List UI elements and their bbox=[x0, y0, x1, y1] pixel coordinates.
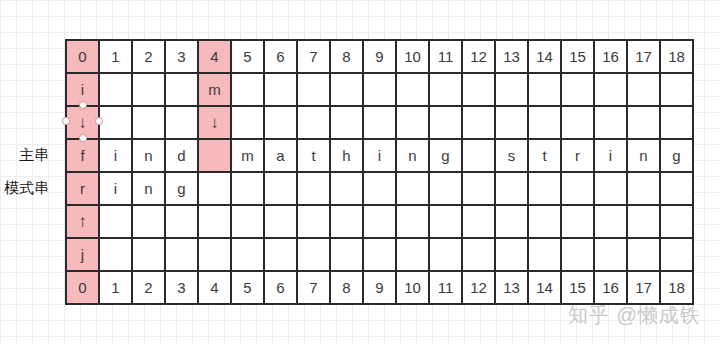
cell-index-bottom-4: 4 bbox=[199, 272, 232, 305]
selection-handle-top[interactable] bbox=[79, 101, 87, 109]
cell-index-top-16: 16 bbox=[595, 41, 628, 74]
cell-index-bottom-0: 0 bbox=[67, 272, 100, 305]
cell-main-string-13: s bbox=[496, 140, 529, 173]
cell-index-top-7: 7 bbox=[298, 41, 331, 74]
board-grid: 0123456789101112131415161718im↓↓findmath… bbox=[65, 39, 694, 305]
cell-index-top-11: 11 bbox=[430, 41, 463, 74]
cell-arrow-j-12 bbox=[463, 206, 496, 239]
cell-main-string-4 bbox=[199, 140, 232, 173]
cell-arrow-i-8 bbox=[331, 107, 364, 140]
cell-index-top-2: 2 bbox=[133, 41, 166, 74]
cell-arrow-j-2 bbox=[133, 206, 166, 239]
cell-pointer-j-13 bbox=[496, 239, 529, 272]
cell-arrow-j-16 bbox=[595, 206, 628, 239]
cell-arrow-j-13 bbox=[496, 206, 529, 239]
cell-pointer-i-1 bbox=[100, 74, 133, 107]
cell-index-top-8: 8 bbox=[331, 41, 364, 74]
cell-arrow-i-10 bbox=[397, 107, 430, 140]
cell-index-top-13: 13 bbox=[496, 41, 529, 74]
cell-index-bottom-12: 12 bbox=[463, 272, 496, 305]
cell-pattern-string-4 bbox=[199, 173, 232, 206]
selection-handle-right[interactable] bbox=[95, 117, 103, 125]
cell-pattern-string-3: g bbox=[166, 173, 199, 206]
cell-arrow-i-5 bbox=[232, 107, 265, 140]
cell-pattern-string-2: n bbox=[133, 173, 166, 206]
cell-arrow-i-14 bbox=[529, 107, 562, 140]
cell-main-string-9: i bbox=[364, 140, 397, 173]
cell-index-bottom-18: 18 bbox=[661, 272, 694, 305]
cell-index-top-14: 14 bbox=[529, 41, 562, 74]
cell-pointer-j-3 bbox=[166, 239, 199, 272]
cell-pattern-string-7 bbox=[298, 173, 331, 206]
cell-pointer-i-17 bbox=[628, 74, 661, 107]
selection-handle-left[interactable] bbox=[62, 117, 70, 125]
cell-pointer-i-8 bbox=[331, 74, 364, 107]
cell-index-bottom-3: 3 bbox=[166, 272, 199, 305]
cell-pattern-string-12 bbox=[463, 173, 496, 206]
cell-index-bottom-16: 16 bbox=[595, 272, 628, 305]
cell-arrow-i-7 bbox=[298, 107, 331, 140]
cell-pointer-j-14 bbox=[529, 239, 562, 272]
cell-main-string-14: t bbox=[529, 140, 562, 173]
cell-main-string-7: t bbox=[298, 140, 331, 173]
cell-index-bottom-1: 1 bbox=[100, 272, 133, 305]
cell-main-string-10: n bbox=[397, 140, 430, 173]
cell-pattern-string-1: i bbox=[100, 173, 133, 206]
cell-arrow-j-17 bbox=[628, 206, 661, 239]
cell-arrow-i-11 bbox=[430, 107, 463, 140]
cell-main-string-0: f bbox=[67, 140, 100, 173]
cell-arrow-i-1 bbox=[100, 107, 133, 140]
cell-pointer-i-15 bbox=[562, 74, 595, 107]
cell-index-bottom-14: 14 bbox=[529, 272, 562, 305]
cell-pointer-j-12 bbox=[463, 239, 496, 272]
cell-arrow-j-18 bbox=[661, 206, 694, 239]
cell-pattern-string-15 bbox=[562, 173, 595, 206]
cell-arrow-i-18 bbox=[661, 107, 694, 140]
cell-main-string-8: h bbox=[331, 140, 364, 173]
cell-pointer-j-15 bbox=[562, 239, 595, 272]
cell-pointer-i-6 bbox=[265, 74, 298, 107]
cell-pattern-string-8 bbox=[331, 173, 364, 206]
cell-index-top-18: 18 bbox=[661, 41, 694, 74]
cell-pointer-i-7 bbox=[298, 74, 331, 107]
cell-pointer-j-10 bbox=[397, 239, 430, 272]
cell-main-string-3: d bbox=[166, 140, 199, 173]
cell-index-top-15: 15 bbox=[562, 41, 595, 74]
cell-pointer-i-16 bbox=[595, 74, 628, 107]
zhihu-watermark: 知乎 @懒成铁 bbox=[568, 302, 701, 329]
cell-main-string-2: n bbox=[133, 140, 166, 173]
cell-arrow-j-9 bbox=[364, 206, 397, 239]
cell-main-string-16: i bbox=[595, 140, 628, 173]
cell-arrow-i-9 bbox=[364, 107, 397, 140]
cell-arrow-j-4 bbox=[199, 206, 232, 239]
cell-pattern-string-0: r bbox=[67, 173, 100, 206]
cell-pattern-string-6 bbox=[265, 173, 298, 206]
cell-index-top-17: 17 bbox=[628, 41, 661, 74]
cell-pointer-i-9 bbox=[364, 74, 397, 107]
cell-index-bottom-15: 15 bbox=[562, 272, 595, 305]
cell-index-bottom-9: 9 bbox=[364, 272, 397, 305]
cell-pattern-string-18 bbox=[661, 173, 694, 206]
cell-arrow-i-15 bbox=[562, 107, 595, 140]
cell-index-top-5: 5 bbox=[232, 41, 265, 74]
cell-arrow-j-6 bbox=[265, 206, 298, 239]
cell-pointer-j-5 bbox=[232, 239, 265, 272]
cell-index-bottom-6: 6 bbox=[265, 272, 298, 305]
cell-arrow-j-1 bbox=[100, 206, 133, 239]
cell-index-bottom-17: 17 bbox=[628, 272, 661, 305]
cell-index-top-6: 6 bbox=[265, 41, 298, 74]
cell-pointer-i-2 bbox=[133, 74, 166, 107]
cell-arrow-i-13 bbox=[496, 107, 529, 140]
cell-arrow-j-14 bbox=[529, 206, 562, 239]
cell-arrow-j-10 bbox=[397, 206, 430, 239]
cell-pattern-string-17 bbox=[628, 173, 661, 206]
cell-main-string-17: n bbox=[628, 140, 661, 173]
cell-pointer-i-12 bbox=[463, 74, 496, 107]
cell-index-bottom-11: 11 bbox=[430, 272, 463, 305]
cell-pointer-j-16 bbox=[595, 239, 628, 272]
cell-pointer-j-18 bbox=[661, 239, 694, 272]
cell-arrow-j-8 bbox=[331, 206, 364, 239]
cell-arrow-i-12 bbox=[463, 107, 496, 140]
cell-arrow-j-5 bbox=[232, 206, 265, 239]
cell-arrow-i-3 bbox=[166, 107, 199, 140]
cell-arrow-j-11 bbox=[430, 206, 463, 239]
cell-main-string-11: g bbox=[430, 140, 463, 173]
cell-index-bottom-8: 8 bbox=[331, 272, 364, 305]
cell-index-bottom-5: 5 bbox=[232, 272, 265, 305]
cell-main-string-18: g bbox=[661, 140, 694, 173]
cell-pattern-string-13 bbox=[496, 173, 529, 206]
cell-pointer-j-11 bbox=[430, 239, 463, 272]
cell-pointer-j-7 bbox=[298, 239, 331, 272]
cell-pointer-i-18 bbox=[661, 74, 694, 107]
main-string-label: 主串 bbox=[0, 138, 49, 171]
selection-handle-bottom[interactable] bbox=[79, 134, 87, 142]
cell-main-string-6: a bbox=[265, 140, 298, 173]
cell-arrow-i-17 bbox=[628, 107, 661, 140]
cell-index-top-9: 9 bbox=[364, 41, 397, 74]
cell-arrow-i-6 bbox=[265, 107, 298, 140]
cell-pointer-j-0: j bbox=[67, 239, 100, 272]
cell-index-top-1: 1 bbox=[100, 41, 133, 74]
cell-pointer-i-14 bbox=[529, 74, 562, 107]
cell-pointer-i-5 bbox=[232, 74, 265, 107]
cell-index-top-4: 4 bbox=[199, 41, 232, 74]
cell-pointer-j-2 bbox=[133, 239, 166, 272]
cell-index-bottom-7: 7 bbox=[298, 272, 331, 305]
cell-main-string-12 bbox=[463, 140, 496, 173]
cell-pointer-j-8 bbox=[331, 239, 364, 272]
cell-pattern-string-10 bbox=[397, 173, 430, 206]
cell-pattern-string-5 bbox=[232, 173, 265, 206]
cell-arrow-j-0: ↑ bbox=[67, 206, 100, 239]
cell-pointer-i-3 bbox=[166, 74, 199, 107]
cell-pointer-j-4 bbox=[199, 239, 232, 272]
cell-pointer-j-1 bbox=[100, 239, 133, 272]
cell-arrow-j-3 bbox=[166, 206, 199, 239]
cell-pointer-i-13 bbox=[496, 74, 529, 107]
cell-index-top-10: 10 bbox=[397, 41, 430, 74]
cell-index-bottom-10: 10 bbox=[397, 272, 430, 305]
cell-index-top-3: 3 bbox=[166, 41, 199, 74]
cell-pointer-j-9 bbox=[364, 239, 397, 272]
cell-index-bottom-2: 2 bbox=[133, 272, 166, 305]
cell-pattern-string-14 bbox=[529, 173, 562, 206]
cell-pointer-j-6 bbox=[265, 239, 298, 272]
cell-pointer-j-17 bbox=[628, 239, 661, 272]
cell-pointer-i-11 bbox=[430, 74, 463, 107]
cell-arrow-j-15 bbox=[562, 206, 595, 239]
cell-index-bottom-13: 13 bbox=[496, 272, 529, 305]
cell-main-string-1: i bbox=[100, 140, 133, 173]
cell-pointer-i-10 bbox=[397, 74, 430, 107]
cell-arrow-i-16 bbox=[595, 107, 628, 140]
cell-index-top-12: 12 bbox=[463, 41, 496, 74]
cell-pointer-i-4: m bbox=[199, 74, 232, 107]
cell-main-string-5: m bbox=[232, 140, 265, 173]
cell-arrow-j-7 bbox=[298, 206, 331, 239]
cell-index-top-0: 0 bbox=[67, 41, 100, 74]
cell-main-string-15: r bbox=[562, 140, 595, 173]
pattern-string-label: 模式串 bbox=[0, 171, 49, 204]
cell-pattern-string-9 bbox=[364, 173, 397, 206]
cell-arrow-i-2 bbox=[133, 107, 166, 140]
cell-arrow-i-4: ↓ bbox=[199, 107, 232, 140]
cell-pattern-string-16 bbox=[595, 173, 628, 206]
cell-pattern-string-11 bbox=[430, 173, 463, 206]
